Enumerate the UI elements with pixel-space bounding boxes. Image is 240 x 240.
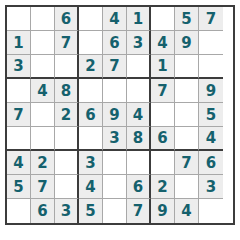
cell-r4c1[interactable] xyxy=(7,79,31,103)
cell-r5c1: 7 xyxy=(7,103,31,127)
cell-r7c7[interactable] xyxy=(151,151,175,175)
cell-r9c3: 3 xyxy=(55,199,79,223)
cell-r5c3: 2 xyxy=(55,103,79,127)
cell-r1c6: 1 xyxy=(127,7,151,31)
cell-r4c3: 8 xyxy=(55,79,79,103)
cell-r3c6[interactable] xyxy=(127,55,151,79)
cell-r7c3[interactable] xyxy=(55,151,79,175)
cell-r8c5[interactable] xyxy=(103,175,127,199)
cell-r8c9: 3 xyxy=(199,175,223,199)
cell-r8c7: 2 xyxy=(151,175,175,199)
cell-r9c1[interactable] xyxy=(7,199,31,223)
cell-r8c8[interactable] xyxy=(175,175,199,199)
cell-r8c2: 7 xyxy=(31,175,55,199)
cell-r9c2: 6 xyxy=(31,199,55,223)
cell-r2c8: 9 xyxy=(175,31,199,55)
cell-r1c8: 5 xyxy=(175,7,199,31)
cell-r5c9: 5 xyxy=(199,103,223,127)
cell-r2c7: 4 xyxy=(151,31,175,55)
cell-r5c4: 6 xyxy=(79,103,103,127)
cell-r3c8[interactable] xyxy=(175,55,199,79)
cell-r2c3: 7 xyxy=(55,31,79,55)
cell-r4c5[interactable] xyxy=(103,79,127,103)
cell-r5c6: 4 xyxy=(127,103,151,127)
cell-r1c4[interactable] xyxy=(79,7,103,31)
cell-r3c9[interactable] xyxy=(199,55,223,79)
cell-r8c1: 5 xyxy=(7,175,31,199)
cell-r3c3[interactable] xyxy=(55,55,79,79)
cell-r6c7: 6 xyxy=(151,127,175,151)
cell-r8c6: 6 xyxy=(127,175,151,199)
cell-r7c4: 3 xyxy=(79,151,103,175)
cell-r9c9[interactable] xyxy=(199,199,223,223)
cell-r8c4: 4 xyxy=(79,175,103,199)
cell-r6c6: 8 xyxy=(127,127,151,151)
cell-r9c8: 4 xyxy=(175,199,199,223)
cell-r7c9: 6 xyxy=(199,151,223,175)
cell-r7c6[interactable] xyxy=(127,151,151,175)
cell-r6c9: 4 xyxy=(199,127,223,151)
cell-r5c5: 9 xyxy=(103,103,127,127)
cell-r1c3: 6 xyxy=(55,7,79,31)
cell-r7c1: 4 xyxy=(7,151,31,175)
cell-r7c2: 2 xyxy=(31,151,55,175)
cell-r6c8[interactable] xyxy=(175,127,199,151)
cell-r3c5: 7 xyxy=(103,55,127,79)
cell-r1c5: 4 xyxy=(103,7,127,31)
cell-r6c5: 3 xyxy=(103,127,127,151)
cell-r3c2[interactable] xyxy=(31,55,55,79)
cell-r6c1[interactable] xyxy=(7,127,31,151)
cell-r3c7: 1 xyxy=(151,55,175,79)
cell-r2c2[interactable] xyxy=(31,31,55,55)
cell-r1c7[interactable] xyxy=(151,7,175,31)
cell-r2c1: 1 xyxy=(7,31,31,55)
cell-r6c4[interactable] xyxy=(79,127,103,151)
cell-r4c9: 9 xyxy=(199,79,223,103)
cell-r3c1: 3 xyxy=(7,55,31,79)
cell-r2c4[interactable] xyxy=(79,31,103,55)
cell-r4c2: 4 xyxy=(31,79,55,103)
cell-r5c8[interactable] xyxy=(175,103,199,127)
cell-r4c6[interactable] xyxy=(127,79,151,103)
cell-r5c2[interactable] xyxy=(31,103,55,127)
sudoku-board: 6415717634932714879726945386442376574623… xyxy=(5,5,235,225)
cell-r4c8[interactable] xyxy=(175,79,199,103)
cell-r7c8: 7 xyxy=(175,151,199,175)
cell-r2c6: 3 xyxy=(127,31,151,55)
cell-r1c1[interactable] xyxy=(7,7,31,31)
cell-r9c6: 7 xyxy=(127,199,151,223)
cell-r6c3[interactable] xyxy=(55,127,79,151)
cell-r4c7: 7 xyxy=(151,79,175,103)
cell-r2c5: 6 xyxy=(103,31,127,55)
cell-r9c7: 9 xyxy=(151,199,175,223)
cell-r4c4[interactable] xyxy=(79,79,103,103)
cell-r2c9[interactable] xyxy=(199,31,223,55)
cell-r9c4: 5 xyxy=(79,199,103,223)
cell-r5c7[interactable] xyxy=(151,103,175,127)
cell-r1c9: 7 xyxy=(199,7,223,31)
cell-r7c5[interactable] xyxy=(103,151,127,175)
cell-r8c3[interactable] xyxy=(55,175,79,199)
cell-r6c2[interactable] xyxy=(31,127,55,151)
cell-r3c4: 2 xyxy=(79,55,103,79)
cell-r9c5[interactable] xyxy=(103,199,127,223)
cell-r1c2[interactable] xyxy=(31,7,55,31)
